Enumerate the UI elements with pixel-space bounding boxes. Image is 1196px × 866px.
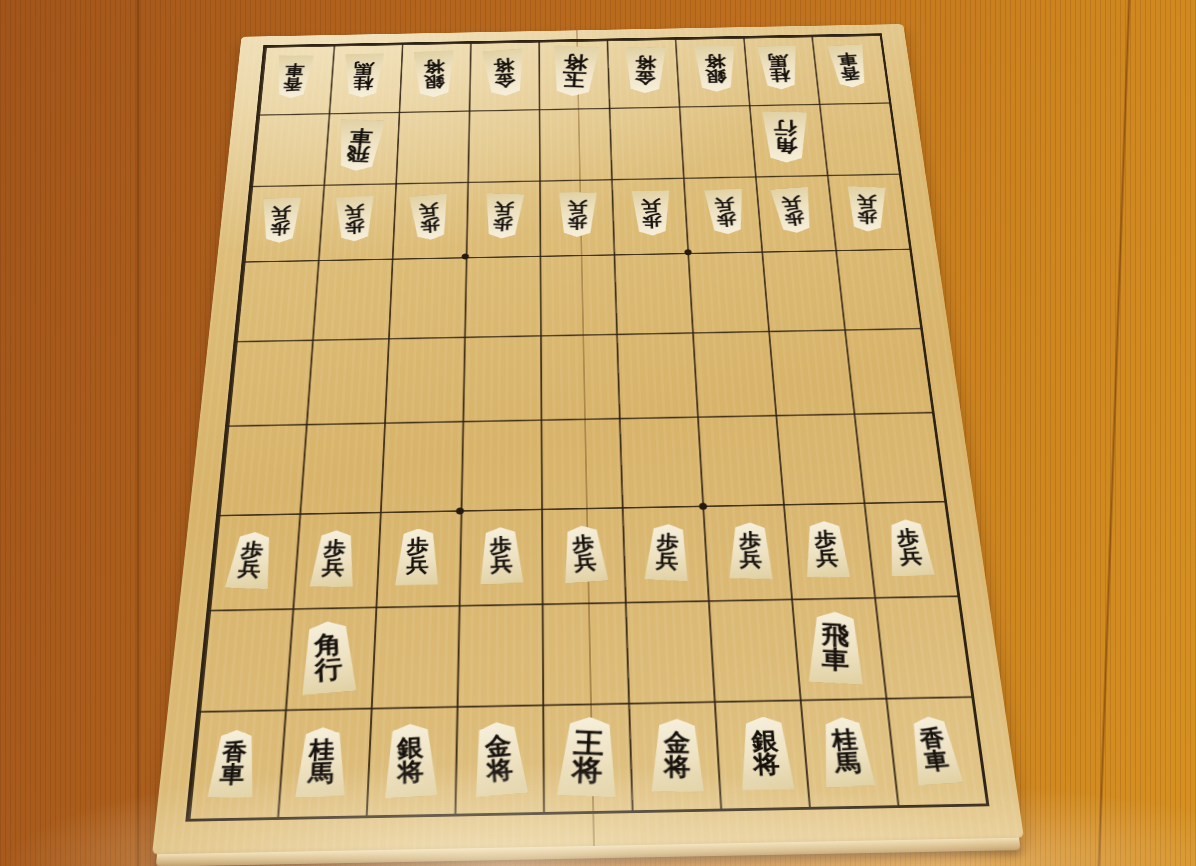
piece-kanji: 歩兵: [641, 198, 662, 228]
piece-gote-knight[interactable]: 桂馬: [341, 53, 387, 97]
piece-gote-pawn[interactable]: 歩兵: [768, 187, 818, 234]
piece-gote-knight[interactable]: 桂馬: [755, 45, 803, 90]
board-cell[interactable]: [693, 331, 777, 417]
piece-sente-king[interactable]: 王将: [554, 716, 622, 798]
piece-gote-silver[interactable]: 銀将: [692, 45, 740, 91]
piece-kanji: 飛車: [345, 128, 373, 163]
piece-kanji: 銀将: [424, 58, 445, 89]
board-cell[interactable]: 歩兵: [756, 174, 837, 251]
board-cell[interactable]: [688, 251, 769, 332]
piece-sente-pawn[interactable]: 歩兵: [558, 524, 611, 584]
board-cell[interactable]: [225, 339, 310, 425]
piece-kanji: 歩兵: [270, 205, 292, 235]
board-cell[interactable]: [856, 412, 947, 503]
piece-gote-pawn[interactable]: 歩兵: [480, 193, 526, 239]
piece-kanji: 金将: [664, 731, 691, 779]
piece-kanji: 歩兵: [896, 528, 923, 566]
piece-kanji: 歩兵: [656, 533, 680, 571]
piece-kanji: 香車: [282, 63, 305, 91]
piece-gote-silver[interactable]: 銀将: [411, 50, 457, 98]
board-face: 香車桂馬銀将金将玉将金将銀将桂馬香車飛車角行歩兵歩兵歩兵歩兵歩兵歩兵歩兵歩兵歩兵…: [152, 24, 1024, 854]
board-cell[interactable]: 金将: [607, 37, 680, 106]
piece-gote-bishop[interactable]: 角行: [760, 111, 812, 162]
piece-kanji: 桂馬: [830, 728, 861, 775]
piece-kanji: 香車: [837, 52, 861, 81]
board-cell[interactable]: 桂馬: [327, 43, 401, 112]
piece-kanji: 歩兵: [857, 193, 877, 223]
star-point: [684, 249, 692, 255]
board-cell[interactable]: 歩兵: [290, 513, 378, 610]
board-cell[interactable]: [539, 254, 616, 335]
piece-gote-pawn[interactable]: 歩兵: [556, 192, 599, 237]
board-cell[interactable]: 歩兵: [242, 184, 322, 261]
piece-kanji: 金将: [493, 57, 516, 88]
board-cell[interactable]: [369, 606, 458, 709]
piece-sente-bishop[interactable]: 角行: [298, 618, 359, 695]
board-cell[interactable]: 歩兵: [611, 177, 688, 254]
piece-sente-gold[interactable]: 金将: [648, 718, 706, 792]
piece-gote-pawn[interactable]: 歩兵: [407, 193, 452, 241]
board-cell[interactable]: 歩兵: [391, 181, 467, 258]
board-cell[interactable]: 歩兵: [785, 503, 877, 600]
piece-sente-silver[interactable]: 銀将: [382, 722, 441, 799]
piece-kanji: 桂馬: [308, 738, 335, 785]
board-grid: 香車桂馬銀将金将玉将金将銀将桂馬香車飛車角行歩兵歩兵歩兵歩兵歩兵歩兵歩兵歩兵歩兵…: [185, 33, 989, 821]
shogi-board: 香車桂馬銀将金将玉将金将銀将桂馬香車飛車角行歩兵歩兵歩兵歩兵歩兵歩兵歩兵歩兵歩兵…: [130, 0, 1024, 854]
piece-gote-pawn[interactable]: 歩兵: [630, 190, 674, 235]
board-cell[interactable]: 銀将: [398, 41, 470, 110]
board-cell[interactable]: 銀将: [676, 36, 751, 105]
board-cell[interactable]: 桂馬: [275, 710, 369, 820]
board-cell[interactable]: [387, 256, 465, 337]
piece-kanji: 歩兵: [492, 201, 514, 231]
board-cell[interactable]: 金将: [453, 706, 542, 816]
piece-gote-lance[interactable]: 香車: [271, 55, 316, 98]
board-cell[interactable]: [609, 105, 684, 178]
piece-kanji: 角行: [314, 631, 343, 681]
piece-kanji: 角行: [773, 120, 797, 154]
board-cell[interactable]: 歩兵: [539, 178, 614, 255]
board-cell[interactable]: [463, 255, 540, 336]
board-cell[interactable]: [249, 112, 327, 185]
board-cell[interactable]: 桂馬: [744, 35, 820, 104]
floor-plank-seam: [1097, 0, 1131, 866]
board-cell[interactable]: 金将: [468, 40, 539, 109]
board-cell[interactable]: 香車: [256, 44, 332, 113]
board-cell[interactable]: 歩兵: [206, 514, 297, 611]
piece-kanji: 玉将: [561, 54, 588, 89]
board-cell[interactable]: [876, 597, 974, 700]
piece-kanji: 歩兵: [321, 539, 347, 577]
piece-kanji: 王将: [572, 728, 605, 784]
board-cell[interactable]: [619, 417, 703, 508]
piece-kanji: 歩兵: [489, 536, 512, 574]
piece-kanji: 香車: [918, 727, 951, 773]
board-cell[interactable]: 香車: [185, 711, 282, 821]
board-cell[interactable]: 銀将: [715, 701, 811, 811]
piece-kanji: 銀将: [751, 729, 781, 777]
board-cell[interactable]: 歩兵: [316, 182, 394, 259]
piece-kanji: 歩兵: [572, 534, 597, 573]
piece-kanji: 歩兵: [567, 199, 587, 229]
board-cell[interactable]: [297, 423, 382, 514]
board-cell[interactable]: 歩兵: [866, 502, 960, 599]
piece-kanji: 歩兵: [814, 530, 839, 567]
board-cell[interactable]: 歩兵: [703, 505, 792, 602]
board-cell[interactable]: 歩兵: [829, 172, 912, 249]
piece-sente-pawn[interactable]: 歩兵: [223, 531, 279, 589]
piece-gote-pawn[interactable]: 歩兵: [334, 195, 377, 242]
board-cell[interactable]: [539, 106, 612, 179]
piece-kanji: 桂馬: [767, 52, 790, 81]
board-cell[interactable]: [821, 101, 901, 174]
star-point: [699, 503, 708, 510]
board-cell[interactable]: [680, 104, 757, 177]
board-cell[interactable]: 角行: [750, 102, 829, 175]
piece-kanji: 歩兵: [740, 531, 763, 569]
board-cell[interactable]: 玉将: [538, 39, 609, 108]
piece-sente-lance[interactable]: 香車: [904, 714, 966, 785]
board-cell[interactable]: 歩兵: [684, 175, 763, 252]
board-cell[interactable]: [462, 335, 541, 421]
board-cell[interactable]: 角行: [283, 608, 374, 711]
board-cell[interactable]: [460, 420, 541, 511]
piece-kanji: 歩兵: [237, 541, 265, 579]
piece-kanji: 飛車: [822, 622, 850, 671]
piece-sente-pawn[interactable]: 歩兵: [882, 518, 937, 576]
board-cell[interactable]: [216, 424, 304, 515]
piece-sente-pawn[interactable]: 歩兵: [393, 528, 442, 585]
piece-sente-rook[interactable]: 飛車: [806, 610, 866, 685]
piece-kanji: 金将: [485, 733, 515, 783]
piece-gote-king[interactable]: 玉将: [547, 45, 602, 97]
piece-gote-pawn[interactable]: 歩兵: [702, 188, 749, 234]
board-cell[interactable]: 金将: [629, 703, 722, 813]
board-cell[interactable]: 歩兵: [622, 506, 709, 603]
piece-kanji: 桂馬: [353, 61, 375, 90]
board-grid-cells: 香車桂馬銀将金将玉将金将銀将桂馬香車飛車角行歩兵歩兵歩兵歩兵歩兵歩兵歩兵歩兵歩兵…: [185, 33, 989, 821]
board-cell[interactable]: [394, 109, 468, 182]
piece-kanji: 歩兵: [780, 195, 805, 226]
board-cell[interactable]: [456, 605, 542, 708]
board-cell[interactable]: 銀将: [364, 708, 456, 818]
board-cell[interactable]: [234, 259, 316, 341]
piece-gote-pawn[interactable]: 歩兵: [258, 197, 303, 243]
board-cell[interactable]: [763, 249, 846, 330]
piece-sente-silver[interactable]: 銀将: [735, 716, 798, 790]
board-cell[interactable]: [378, 421, 461, 512]
board-cell[interactable]: 歩兵: [465, 179, 539, 256]
board-cell[interactable]: [698, 415, 785, 506]
board-cell[interactable]: 王将: [542, 705, 632, 815]
piece-gote-rook[interactable]: 飛車: [331, 119, 388, 171]
piece-kanji: 銀将: [397, 735, 424, 784]
piece-gote-pawn[interactable]: 歩兵: [845, 186, 889, 232]
board-cell[interactable]: [846, 328, 934, 414]
piece-kanji: 金将: [634, 55, 655, 85]
board-cell[interactable]: [709, 600, 801, 703]
piece-sente-knight[interactable]: 桂馬: [814, 716, 877, 788]
piece-kanji: 香車: [219, 741, 248, 785]
board-cell[interactable]: [540, 418, 622, 509]
piece-sente-pawn[interactable]: 歩兵: [642, 523, 692, 582]
piece-sente-lance[interactable]: 香車: [204, 729, 261, 797]
board-cell[interactable]: 歩兵: [374, 511, 460, 608]
board-cell[interactable]: [304, 338, 387, 424]
board-cell[interactable]: 桂馬: [801, 700, 900, 810]
board-cell[interactable]: [383, 336, 464, 422]
board-cell[interactable]: [625, 602, 715, 705]
piece-gote-gold[interactable]: 金将: [480, 48, 529, 97]
board-cell[interactable]: 飛車: [322, 111, 398, 184]
piece-kanji: 歩兵: [714, 196, 737, 226]
board-cell[interactable]: 歩兵: [541, 508, 625, 605]
piece-sente-gold[interactable]: 金将: [468, 719, 531, 797]
board-cell[interactable]: [310, 258, 390, 339]
piece-kanji: 歩兵: [345, 203, 365, 234]
board-cell[interactable]: 香車: [888, 698, 990, 808]
board-cell[interactable]: 飛車: [793, 598, 888, 701]
board-cell[interactable]: [541, 603, 628, 706]
piece-kanji: 歩兵: [418, 202, 439, 233]
board-cell[interactable]: [837, 248, 923, 329]
board-cell[interactable]: [540, 334, 619, 420]
board-cell[interactable]: 香車: [813, 33, 891, 102]
piece-gote-lance[interactable]: 香車: [826, 44, 873, 88]
board-cell[interactable]: [616, 332, 698, 418]
board-cell[interactable]: [770, 329, 856, 415]
piece-sente-pawn[interactable]: 歩兵: [800, 521, 852, 578]
piece-kanji: 歩兵: [406, 538, 429, 576]
piece-sente-knight[interactable]: 桂馬: [293, 726, 351, 797]
board-cell[interactable]: [777, 414, 866, 505]
board-cell[interactable]: [467, 108, 539, 181]
board-cell[interactable]: [196, 610, 290, 713]
piece-sente-pawn[interactable]: 歩兵: [308, 530, 361, 587]
board-cell[interactable]: [614, 252, 693, 333]
board-cell[interactable]: 歩兵: [458, 509, 542, 606]
piece-sente-pawn[interactable]: 歩兵: [727, 522, 776, 579]
piece-gote-gold[interactable]: 金将: [622, 47, 668, 93]
piece-sente-pawn[interactable]: 歩兵: [477, 526, 526, 585]
piece-kanji: 銀将: [704, 53, 726, 83]
